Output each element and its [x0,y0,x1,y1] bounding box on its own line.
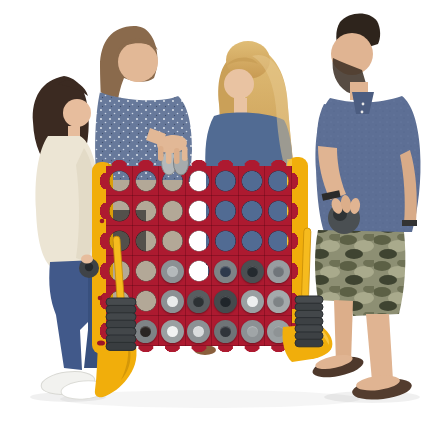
left-woman-held-ring [79,255,99,279]
product-photo-giant-connect-four [0,0,425,425]
right-ring-stack [295,296,323,347]
post-red-dot [98,296,103,301]
post-red-dot [100,219,105,224]
left-disc-holder [106,236,136,350]
right-disc-holder [295,228,323,347]
front-layer [0,0,425,425]
left-ring-stack [106,298,136,350]
post-red-dot [97,340,105,345]
dropping-hand-and-rings [136,118,189,175]
